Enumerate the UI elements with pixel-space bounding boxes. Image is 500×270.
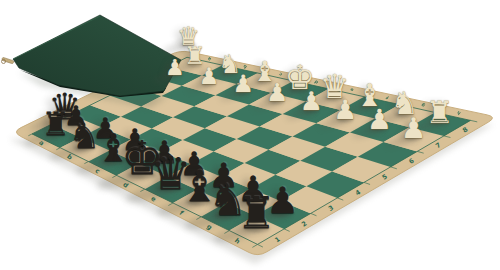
bag-zipper-pull[interactable] (2, 57, 14, 64)
piece-white-pawn-e7[interactable]: ♟ (300, 89, 323, 115)
chess-set-photo: aabbccddeeffgghh12345678 ♛♜♞♟♝♟♚♟♛♟♝♟♞♛♟… (0, 0, 500, 270)
piece-white-pawn-g7[interactable]: ♟ (367, 106, 392, 134)
bag-body (13, 15, 181, 96)
piece-white-pawn-c7[interactable]: ♟ (232, 73, 253, 97)
piece-white-pawn-a7[interactable]: ♟ (165, 57, 185, 79)
piece-black-rook-a1[interactable]: ♜ (42, 107, 71, 139)
piece-white-pawn-f7[interactable]: ♟ (333, 98, 357, 125)
piece-black-rook-h1[interactable]: ♜ (237, 192, 276, 236)
piece-white-pawn-d7[interactable]: ♟ (266, 81, 288, 106)
piece-white-pawn-h7[interactable]: ♟ (401, 114, 427, 143)
piece-white-pawn-b7[interactable]: ♟ (199, 65, 220, 88)
piece-white-rook-h8[interactable]: ♜ (426, 97, 454, 128)
chess-bag[interactable] (2, 15, 182, 97)
